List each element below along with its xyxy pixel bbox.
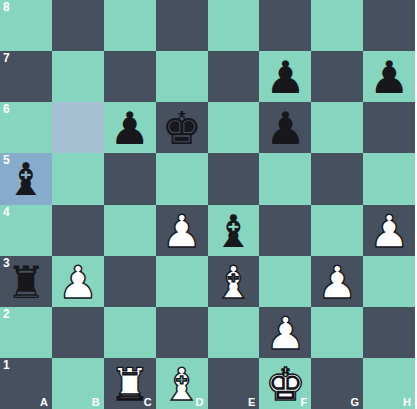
- piece-white-king[interactable]: ♚: [265, 362, 305, 407]
- square-b3[interactable]: ♟: [52, 256, 104, 307]
- square-a7[interactable]: 7: [0, 51, 52, 102]
- square-e5[interactable]: [208, 153, 260, 204]
- square-f3[interactable]: [259, 256, 311, 307]
- square-a2[interactable]: 2: [0, 307, 52, 358]
- square-h2[interactable]: [363, 307, 415, 358]
- square-f8[interactable]: [259, 0, 311, 51]
- square-b5[interactable]: [52, 153, 104, 204]
- square-h5[interactable]: [363, 153, 415, 204]
- square-d3[interactable]: [156, 256, 208, 307]
- rank-label-4: 4: [3, 206, 10, 219]
- square-a3[interactable]: 3♜: [0, 256, 52, 307]
- file-label-e: E: [248, 396, 255, 408]
- piece-white-pawn[interactable]: ♟: [58, 260, 98, 305]
- square-c2[interactable]: [104, 307, 156, 358]
- square-d1[interactable]: D♝: [156, 358, 208, 409]
- piece-black-pawn[interactable]: ♟: [265, 106, 305, 151]
- piece-black-bishop[interactable]: ♝: [213, 209, 253, 254]
- square-g1[interactable]: G: [311, 358, 363, 409]
- piece-white-bishop[interactable]: ♝: [161, 362, 201, 407]
- square-f7[interactable]: ♟: [259, 51, 311, 102]
- square-b2[interactable]: [52, 307, 104, 358]
- square-c7[interactable]: [104, 51, 156, 102]
- square-g3[interactable]: ♟: [311, 256, 363, 307]
- square-g5[interactable]: [311, 153, 363, 204]
- square-f4[interactable]: [259, 205, 311, 256]
- square-b7[interactable]: [52, 51, 104, 102]
- square-h8[interactable]: [363, 0, 415, 51]
- square-e8[interactable]: [208, 0, 260, 51]
- square-h7[interactable]: ♟: [363, 51, 415, 102]
- square-a8[interactable]: 8: [0, 0, 52, 51]
- piece-white-pawn[interactable]: ♟: [265, 311, 305, 356]
- square-g7[interactable]: [311, 51, 363, 102]
- square-b4[interactable]: [52, 205, 104, 256]
- square-g2[interactable]: [311, 307, 363, 358]
- square-e7[interactable]: [208, 51, 260, 102]
- file-label-a: A: [40, 396, 48, 408]
- rank-label-8: 8: [3, 1, 10, 14]
- square-b8[interactable]: [52, 0, 104, 51]
- square-a4[interactable]: 4: [0, 205, 52, 256]
- square-d4[interactable]: ♟: [156, 205, 208, 256]
- piece-white-pawn[interactable]: ♟: [161, 209, 201, 254]
- square-f1[interactable]: F♚: [259, 358, 311, 409]
- square-b1[interactable]: B: [52, 358, 104, 409]
- square-e3[interactable]: ♝: [208, 256, 260, 307]
- piece-black-pawn[interactable]: ♟: [369, 55, 409, 100]
- piece-white-bishop[interactable]: ♝: [213, 260, 253, 305]
- rank-label-7: 7: [3, 52, 10, 65]
- square-h6[interactable]: [363, 102, 415, 153]
- square-f5[interactable]: [259, 153, 311, 204]
- square-d7[interactable]: [156, 51, 208, 102]
- square-f2[interactable]: ♟: [259, 307, 311, 358]
- rank-label-1: 1: [3, 359, 10, 372]
- square-h4[interactable]: ♟: [363, 205, 415, 256]
- square-c4[interactable]: [104, 205, 156, 256]
- square-a6[interactable]: 6: [0, 102, 52, 153]
- rank-label-6: 6: [3, 103, 10, 116]
- file-label-h: H: [403, 396, 411, 408]
- square-c6[interactable]: ♟: [104, 102, 156, 153]
- square-g6[interactable]: [311, 102, 363, 153]
- square-h3[interactable]: [363, 256, 415, 307]
- square-d2[interactable]: [156, 307, 208, 358]
- piece-white-pawn[interactable]: ♟: [317, 260, 357, 305]
- square-e1[interactable]: E: [208, 358, 260, 409]
- chess-board: 87♟♟6♟♚♟5♝4♟♝♟3♜♟♝♟2♟1ABC♜D♝EF♚GH: [0, 0, 415, 409]
- square-h1[interactable]: H: [363, 358, 415, 409]
- piece-black-king[interactable]: ♚: [161, 106, 201, 151]
- piece-black-pawn[interactable]: ♟: [265, 55, 305, 100]
- square-e4[interactable]: ♝: [208, 205, 260, 256]
- square-f6[interactable]: ♟: [259, 102, 311, 153]
- square-c1[interactable]: C♜: [104, 358, 156, 409]
- square-a1[interactable]: 1A: [0, 358, 52, 409]
- square-a5[interactable]: 5♝: [0, 153, 52, 204]
- piece-white-rook[interactable]: ♜: [110, 362, 150, 407]
- piece-black-rook[interactable]: ♜: [6, 260, 46, 305]
- square-c8[interactable]: [104, 0, 156, 51]
- piece-black-pawn[interactable]: ♟: [110, 106, 150, 151]
- piece-white-pawn[interactable]: ♟: [369, 209, 409, 254]
- square-d6[interactable]: ♚: [156, 102, 208, 153]
- file-label-g: G: [351, 396, 360, 408]
- piece-black-bishop[interactable]: ♝: [6, 157, 46, 202]
- square-e6[interactable]: [208, 102, 260, 153]
- square-d5[interactable]: [156, 153, 208, 204]
- rank-label-2: 2: [3, 308, 10, 321]
- file-label-b: B: [92, 396, 100, 408]
- square-b6[interactable]: [52, 102, 104, 153]
- square-g4[interactable]: [311, 205, 363, 256]
- square-e2[interactable]: [208, 307, 260, 358]
- square-c3[interactable]: [104, 256, 156, 307]
- chess-board-page: 87♟♟6♟♚♟5♝4♟♝♟3♜♟♝♟2♟1ABC♜D♝EF♚GH: [0, 0, 417, 409]
- square-d8[interactable]: [156, 0, 208, 51]
- square-g8[interactable]: [311, 0, 363, 51]
- square-c5[interactable]: [104, 153, 156, 204]
